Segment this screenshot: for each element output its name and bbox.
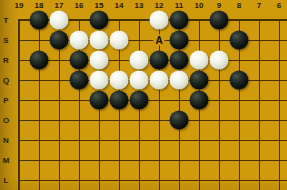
grid-line-horizontal xyxy=(18,140,287,141)
stone-black-11S xyxy=(170,31,189,50)
stone-black-8Q xyxy=(230,71,249,90)
stone-white-9R xyxy=(210,51,229,70)
row-label: R xyxy=(3,56,9,65)
row-label: N xyxy=(3,136,9,145)
stone-white-13R xyxy=(130,51,149,70)
col-label: 8 xyxy=(237,1,241,10)
stone-black-13P xyxy=(130,91,149,110)
row-label: L xyxy=(4,176,9,185)
stone-white-17T xyxy=(50,11,69,30)
grid-line-vertical xyxy=(219,20,220,190)
grid-line-vertical xyxy=(159,20,160,190)
stone-white-15S xyxy=(90,31,109,50)
col-label: 7 xyxy=(257,1,261,10)
row-label: P xyxy=(3,96,8,105)
col-label: 17 xyxy=(55,1,64,10)
stone-black-18R xyxy=(30,51,49,70)
col-label: 6 xyxy=(277,1,281,10)
stone-black-11R xyxy=(170,51,189,70)
row-label: Q xyxy=(3,76,9,85)
grid-line-horizontal xyxy=(18,100,287,101)
grid-line-vertical xyxy=(279,20,280,190)
stone-white-11Q xyxy=(170,71,189,90)
stone-black-14P xyxy=(110,91,129,110)
stone-black-10P xyxy=(190,91,209,110)
stone-black-9T xyxy=(210,11,229,30)
stone-black-18T xyxy=(30,11,49,30)
grid-line-vertical xyxy=(18,20,20,190)
go-board[interactable]: 191817161514131211109876TSRQPONMLA xyxy=(0,0,287,190)
grid-line-horizontal xyxy=(18,120,287,121)
col-label: 14 xyxy=(115,1,124,10)
col-label: 13 xyxy=(135,1,144,10)
stone-white-14Q xyxy=(110,71,129,90)
grid-line-horizontal xyxy=(18,180,287,181)
stone-black-11T xyxy=(170,11,189,30)
stone-black-15T xyxy=(90,11,109,30)
stone-white-15Q xyxy=(90,71,109,90)
stone-white-10R xyxy=(190,51,209,70)
stone-white-12T xyxy=(150,11,169,30)
stone-white-12Q xyxy=(150,71,169,90)
col-label: 16 xyxy=(75,1,84,10)
col-label: 19 xyxy=(15,1,24,10)
row-label: O xyxy=(3,116,9,125)
row-label: T xyxy=(4,16,9,25)
stone-white-13Q xyxy=(130,71,149,90)
stone-white-14S xyxy=(110,31,129,50)
stone-black-8S xyxy=(230,31,249,50)
grid-line-vertical xyxy=(259,20,260,190)
stone-black-15P xyxy=(90,91,109,110)
grid-line-horizontal xyxy=(18,160,287,161)
point-label-A[interactable]: A xyxy=(153,35,164,46)
stone-black-10Q xyxy=(190,71,209,90)
col-label: 15 xyxy=(95,1,104,10)
stone-black-16R xyxy=(70,51,89,70)
grid-line-vertical xyxy=(39,20,40,190)
col-label: 12 xyxy=(155,1,164,10)
stone-black-11O xyxy=(170,111,189,130)
stone-black-17S xyxy=(50,31,69,50)
stone-white-16S xyxy=(70,31,89,50)
col-label: 9 xyxy=(217,1,221,10)
col-label: 18 xyxy=(35,1,44,10)
stone-black-12R xyxy=(150,51,169,70)
col-label: 10 xyxy=(195,1,204,10)
stone-white-15R xyxy=(90,51,109,70)
col-label: 11 xyxy=(175,1,183,10)
stone-black-16Q xyxy=(70,71,89,90)
row-label: S xyxy=(3,36,8,45)
row-label: M xyxy=(3,156,10,165)
